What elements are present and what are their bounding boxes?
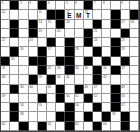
grid-cell[interactable]: 6 — [75, 1, 84, 10]
grid-cell[interactable] — [130, 85, 139, 94]
grid-cell[interactable]: 43 — [19, 85, 28, 94]
grid-cell[interactable]: 22 — [1, 38, 10, 47]
grid-cell[interactable]: 28 — [75, 47, 84, 56]
grid-cell[interactable]: 8 — [102, 1, 111, 10]
clue-number: 8 — [103, 1, 105, 5]
grid-cell[interactable]: 42 — [102, 75, 111, 84]
grid-cell[interactable] — [130, 57, 139, 66]
black-cell — [65, 112, 74, 121]
grid-cell[interactable] — [75, 29, 84, 38]
clue-number: 46 — [84, 85, 87, 89]
clue-number: 36 — [103, 66, 106, 70]
grid-cell[interactable] — [10, 75, 19, 84]
clue-number: 25 — [121, 38, 124, 42]
clue-number: 14 — [38, 20, 41, 24]
grid-cell[interactable] — [38, 38, 47, 47]
grid-cell[interactable]: 63 — [102, 122, 111, 131]
grid-cell[interactable] — [84, 103, 93, 112]
grid-cell[interactable] — [84, 20, 93, 29]
clue-number: 49 — [2, 94, 5, 98]
grid-cell[interactable] — [29, 112, 38, 121]
clue-number: 37 — [121, 66, 124, 70]
black-cell — [84, 38, 93, 47]
grid-cell[interactable] — [38, 85, 47, 94]
grid-cell[interactable] — [111, 75, 120, 84]
grid-cell[interactable] — [111, 1, 120, 10]
clue-number: 30 — [11, 57, 14, 61]
black-cell — [29, 20, 38, 29]
grid-cell[interactable] — [1, 47, 10, 56]
clue-number: 26 — [20, 47, 23, 51]
grid-cell[interactable]: 13T — [84, 10, 93, 19]
grid-cell[interactable] — [29, 122, 38, 131]
clue-number: 11 — [38, 10, 41, 14]
grid-cell[interactable]: 4 — [47, 1, 56, 10]
black-cell — [111, 85, 120, 94]
clue-number: 45 — [47, 85, 50, 89]
grid-cell[interactable]: 34 — [75, 66, 84, 75]
grid-cell[interactable]: 39 — [38, 75, 47, 84]
clue-number: 35 — [84, 66, 87, 70]
grid-cell[interactable]: 3 — [29, 1, 38, 10]
black-cell — [38, 57, 47, 66]
clue-number: 55 — [38, 103, 41, 107]
grid-cell[interactable] — [93, 57, 102, 66]
black-cell — [56, 85, 65, 94]
grid-cell[interactable] — [19, 57, 28, 66]
black-cell — [56, 94, 65, 103]
crossword-grid: 123456789101112EM13T14151617181920212223… — [0, 0, 140, 132]
black-cell — [65, 103, 74, 112]
grid-cell[interactable]: 61 — [47, 122, 56, 131]
grid-cell[interactable] — [56, 122, 65, 131]
clue-number: 20 — [57, 29, 60, 33]
grid-cell[interactable] — [130, 66, 139, 75]
clue-number: 58 — [20, 112, 23, 116]
grid-cell[interactable]: 57 — [121, 103, 130, 112]
grid-cell[interactable]: 40 — [56, 75, 65, 84]
grid-cell[interactable] — [47, 29, 56, 38]
clue-number: 38 — [2, 75, 5, 79]
clue-number: 62 — [75, 122, 78, 126]
grid-cell[interactable]: 26 — [19, 47, 28, 56]
clue-number: 28 — [75, 47, 78, 51]
grid-cell[interactable] — [111, 57, 120, 66]
clue-number: 47 — [93, 85, 96, 89]
grid-cell[interactable] — [19, 66, 28, 75]
grid-cell[interactable]: 62 — [75, 122, 84, 131]
black-cell — [65, 47, 74, 56]
clue-number: 1 — [2, 1, 4, 5]
grid-cell[interactable]: 16 — [65, 20, 74, 29]
grid-cell[interactable] — [19, 20, 28, 29]
grid-cell[interactable] — [38, 112, 47, 121]
clue-number: 7 — [93, 1, 95, 5]
grid-cell[interactable] — [75, 20, 84, 29]
entered-letter: E — [65, 12, 73, 19]
grid-cell[interactable] — [29, 10, 38, 19]
grid-cell[interactable]: 45 — [47, 85, 56, 94]
clue-number: 61 — [47, 122, 50, 126]
grid-cell[interactable] — [102, 47, 111, 56]
grid-cell[interactable]: 18 — [130, 20, 139, 29]
clue-number: 54 — [20, 103, 23, 107]
grid-cell[interactable]: M — [75, 10, 84, 19]
black-cell — [38, 122, 47, 131]
black-cell — [93, 66, 102, 75]
black-cell — [93, 122, 102, 131]
black-cell — [29, 57, 38, 66]
black-cell — [10, 85, 19, 94]
clue-number: 9 — [121, 1, 123, 5]
grid-cell[interactable] — [102, 20, 111, 29]
black-cell — [38, 47, 47, 56]
grid-cell[interactable] — [84, 122, 93, 131]
grid-cell[interactable]: 9 — [121, 1, 130, 10]
black-cell — [84, 94, 93, 103]
grid-cell[interactable]: 24 — [93, 38, 102, 47]
clue-number: 60 — [2, 122, 5, 126]
grid-cell[interactable] — [19, 29, 28, 38]
grid-cell[interactable]: 59 — [111, 112, 120, 121]
black-cell — [93, 103, 102, 112]
clue-number: 31 — [2, 66, 5, 70]
clue-number: 40 — [57, 75, 60, 79]
black-cell — [111, 47, 120, 56]
clue-number: 19 — [38, 29, 41, 33]
grid-cell[interactable] — [56, 1, 65, 10]
grid-cell[interactable] — [111, 29, 120, 38]
grid-cell[interactable]: 23 — [29, 38, 38, 47]
grid-cell[interactable] — [29, 47, 38, 56]
grid-cell[interactable] — [93, 112, 102, 121]
clue-number: 6 — [75, 1, 77, 5]
clue-number: 18 — [130, 20, 133, 24]
grid-cell[interactable] — [111, 122, 120, 131]
grid-cell[interactable]: 38 — [1, 75, 10, 84]
grid-cell[interactable]: 32 — [47, 66, 56, 75]
black-cell — [111, 20, 120, 29]
grid-cell[interactable] — [19, 10, 28, 19]
black-cell — [10, 20, 19, 29]
clue-number: 27 — [47, 47, 50, 51]
clue-number: 33 — [57, 66, 60, 70]
clue-number: 51 — [75, 94, 78, 98]
grid-cell[interactable]: 30 — [10, 57, 19, 66]
black-cell — [121, 122, 130, 131]
clue-number: 59 — [112, 112, 115, 116]
grid-cell[interactable] — [1, 20, 10, 29]
black-cell — [56, 10, 65, 19]
clue-number: 23 — [29, 38, 32, 42]
grid-cell[interactable] — [130, 112, 139, 121]
clue-number: 50 — [66, 94, 69, 98]
black-cell — [121, 112, 130, 121]
grid-cell[interactable] — [102, 85, 111, 94]
black-cell — [65, 57, 74, 66]
grid-cell[interactable] — [47, 103, 56, 112]
grid-cell[interactable]: 56 — [75, 103, 84, 112]
clue-number: 42 — [103, 75, 106, 79]
grid-cell[interactable] — [10, 38, 19, 47]
black-cell — [93, 47, 102, 56]
grid-cell[interactable]: 10 — [1, 10, 10, 19]
clue-number: 44 — [29, 85, 32, 89]
grid-cell[interactable]: 15 — [47, 20, 56, 29]
grid-cell[interactable] — [29, 66, 38, 75]
grid-cell[interactable] — [130, 94, 139, 103]
grid-cell[interactable]: 7 — [93, 1, 102, 10]
clue-number: 10 — [2, 10, 5, 14]
clue-number: 21 — [93, 29, 96, 33]
grid-cell[interactable] — [102, 103, 111, 112]
black-cell — [10, 112, 19, 121]
grid-cell[interactable] — [10, 122, 19, 131]
black-cell — [84, 29, 93, 38]
grid-cell[interactable] — [130, 75, 139, 84]
grid-cell[interactable]: 50 — [65, 94, 74, 103]
clue-number: 4 — [47, 1, 49, 5]
clue-number: 5 — [66, 1, 68, 5]
grid-cell[interactable] — [47, 94, 56, 103]
grid-cell[interactable] — [130, 38, 139, 47]
black-cell — [111, 66, 120, 75]
clue-number: 41 — [66, 75, 69, 79]
grid-cell[interactable] — [56, 38, 65, 47]
clue-number: 16 — [66, 20, 69, 24]
grid-cell[interactable]: 55 — [38, 103, 47, 112]
clue-number: 3 — [29, 1, 31, 5]
grid-cell[interactable]: 60 — [1, 122, 10, 131]
grid-cell[interactable] — [93, 10, 102, 19]
grid-cell[interactable]: 52 — [93, 94, 102, 103]
grid-cell[interactable] — [65, 29, 74, 38]
grid-cell[interactable]: 19 — [38, 29, 47, 38]
grid-cell[interactable] — [75, 75, 84, 84]
black-cell — [84, 112, 93, 121]
clue-number: 32 — [47, 66, 50, 70]
clue-number: 48 — [121, 85, 124, 89]
grid-cell[interactable]: 58 — [19, 112, 28, 121]
clue-number: 17 — [121, 20, 124, 24]
black-cell — [111, 38, 120, 47]
grid-cell[interactable] — [102, 29, 111, 38]
clue-number: 53 — [121, 94, 124, 98]
grid-cell[interactable]: 2 — [19, 1, 28, 10]
clue-number: 34 — [75, 66, 78, 70]
clue-number: 22 — [2, 38, 5, 42]
grid-cell[interactable]: 17 — [121, 20, 130, 29]
grid-cell[interactable] — [29, 94, 38, 103]
clue-number: 52 — [93, 94, 96, 98]
grid-cell[interactable] — [102, 94, 111, 103]
grid-cell[interactable]: 49 — [1, 94, 10, 103]
black-cell — [56, 112, 65, 121]
black-cell — [65, 122, 74, 131]
grid-cell[interactable] — [130, 1, 139, 10]
grid-cell[interactable]: 46 — [84, 85, 93, 94]
black-cell — [111, 94, 120, 103]
clue-number: 39 — [38, 75, 41, 79]
black-cell — [10, 29, 19, 38]
clue-number: 63 — [103, 122, 106, 126]
grid-cell[interactable]: 20 — [56, 29, 65, 38]
clue-number: 43 — [20, 85, 23, 89]
grid-cell[interactable]: 29 — [121, 47, 130, 56]
entered-letter: M — [75, 12, 83, 19]
black-cell — [10, 1, 19, 10]
grid-cell[interactable]: 41 — [65, 75, 74, 84]
grid-cell[interactable] — [130, 103, 139, 112]
entered-letter: T — [84, 12, 92, 19]
black-cell — [19, 122, 28, 131]
grid-cell[interactable] — [102, 10, 111, 19]
black-cell — [65, 38, 74, 47]
clue-number: 15 — [47, 20, 50, 24]
grid-cell[interactable] — [84, 47, 93, 56]
grid-cell[interactable] — [56, 47, 65, 56]
clue-number: 24 — [93, 38, 96, 42]
grid-cell[interactable] — [10, 10, 19, 19]
clue-number: 56 — [75, 103, 78, 107]
grid-cell[interactable] — [130, 29, 139, 38]
grid-cell[interactable] — [10, 94, 19, 103]
grid-cell[interactable] — [130, 122, 139, 131]
black-cell — [111, 10, 120, 19]
grid-cell[interactable]: 35 — [84, 66, 93, 75]
grid-cell[interactable] — [1, 103, 10, 112]
grid-cell[interactable]: 27 — [47, 47, 56, 56]
grid-cell[interactable]: 44 — [29, 85, 38, 94]
grid-cell[interactable] — [56, 103, 65, 112]
grid-cell[interactable] — [130, 47, 139, 56]
grid-cell[interactable] — [29, 103, 38, 112]
clue-number: 2 — [20, 1, 22, 5]
grid-cell[interactable] — [102, 38, 111, 47]
grid-cell[interactable]: 37 — [121, 66, 130, 75]
clue-number: 29 — [121, 47, 124, 51]
black-cell — [10, 103, 19, 112]
grid-cell[interactable] — [10, 66, 19, 75]
clue-number: 57 — [121, 103, 124, 107]
